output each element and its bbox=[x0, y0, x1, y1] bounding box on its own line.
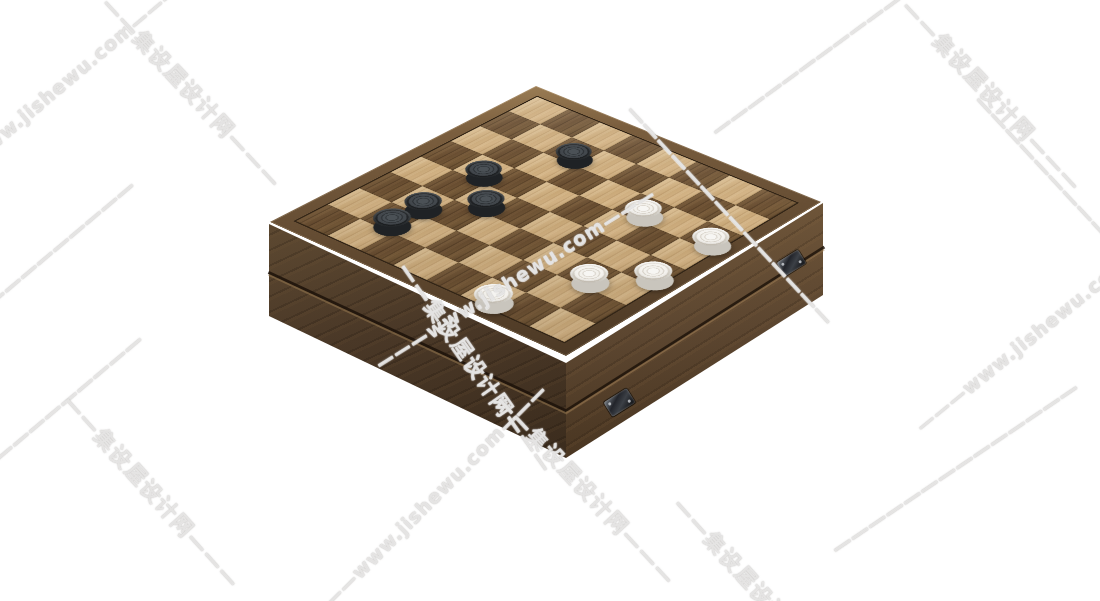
watermark-text: —————————————— bbox=[826, 376, 1083, 560]
product-render-canvas: ———www.jishewu.com——————www.jishewu.com—… bbox=[0, 0, 1100, 601]
watermark-text: ———www.jishewu.com——— bbox=[911, 214, 1100, 437]
watermark-text: ——集设屋设计网——— bbox=[95, 0, 288, 195]
watermark-text: —————————————— bbox=[969, 89, 1100, 320]
watermark-text: ———www.jishewu.com——— bbox=[0, 0, 184, 205]
watermark-text: —————————————— bbox=[0, 174, 140, 381]
watermark-text: ——集设屋设计网——— bbox=[895, 0, 1088, 198]
watermark-text: ——集设屋设计网——— bbox=[57, 389, 247, 596]
watermark-text: —————————————— bbox=[0, 328, 148, 535]
watermark-text: ——集设屋设计网——— bbox=[667, 492, 857, 601]
watermark-text: —————————————— bbox=[706, 0, 958, 142]
